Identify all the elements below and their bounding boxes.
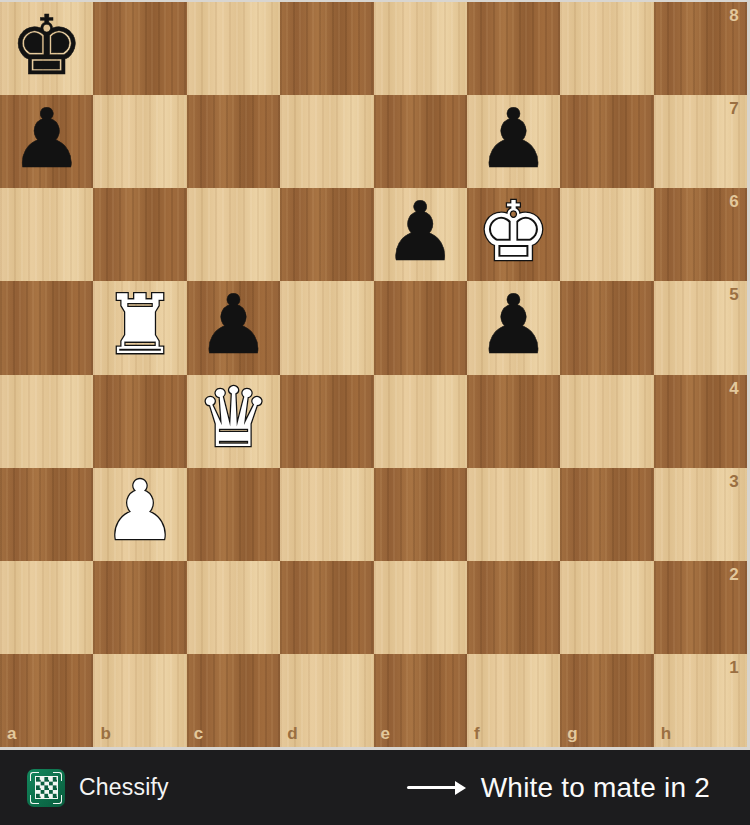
square-c4[interactable]: ♛ bbox=[187, 375, 280, 468]
square-b7[interactable] bbox=[93, 95, 186, 188]
square-b4[interactable] bbox=[93, 375, 186, 468]
square-f2[interactable] bbox=[467, 561, 560, 654]
black-pawn[interactable]: ♟ bbox=[197, 284, 271, 366]
footer-bar: Chessify White to mate in 2 bbox=[0, 750, 750, 825]
square-b5[interactable]: ♜ bbox=[93, 281, 186, 374]
black-pawn[interactable]: ♟ bbox=[477, 98, 551, 180]
black-pawn[interactable]: ♟ bbox=[477, 284, 551, 366]
square-g5[interactable] bbox=[560, 281, 653, 374]
square-h8[interactable]: 8 bbox=[654, 2, 747, 95]
square-a2[interactable] bbox=[0, 561, 93, 654]
square-c2[interactable] bbox=[187, 561, 280, 654]
file-label-g: g bbox=[567, 724, 578, 744]
square-a6[interactable] bbox=[0, 188, 93, 281]
right-arrow-icon bbox=[407, 786, 457, 789]
square-h4[interactable]: 4 bbox=[654, 375, 747, 468]
black-pawn[interactable]: ♟ bbox=[10, 98, 84, 180]
square-c1[interactable]: c bbox=[187, 654, 280, 747]
square-g7[interactable] bbox=[560, 95, 653, 188]
square-b2[interactable] bbox=[93, 561, 186, 654]
brand-group: Chessify bbox=[27, 769, 169, 807]
file-label-b: b bbox=[100, 724, 111, 744]
black-king[interactable]: ♚ bbox=[10, 5, 84, 87]
square-d5[interactable] bbox=[280, 281, 373, 374]
square-h5[interactable]: 5 bbox=[654, 281, 747, 374]
square-f8[interactable] bbox=[467, 2, 560, 95]
rank-label-3: 3 bbox=[729, 472, 739, 492]
square-e7[interactable] bbox=[374, 95, 467, 188]
white-rook[interactable]: ♜ bbox=[103, 284, 177, 366]
square-a8[interactable]: ♚ bbox=[0, 2, 93, 95]
task-group: White to mate in 2 bbox=[407, 772, 710, 804]
square-d3[interactable] bbox=[280, 468, 373, 561]
square-b3[interactable]: ♟ bbox=[93, 468, 186, 561]
square-h6[interactable]: 6 bbox=[654, 188, 747, 281]
square-e1[interactable]: e bbox=[374, 654, 467, 747]
file-label-e: e bbox=[381, 724, 391, 744]
chessify-puzzle-screenshot: ♚8♟♟7♟♚6♜♟♟5♛4♟32abcdefgh1 Chessify Whit… bbox=[0, 0, 750, 825]
white-queen[interactable]: ♛ bbox=[197, 377, 271, 459]
square-d2[interactable] bbox=[280, 561, 373, 654]
square-g1[interactable]: g bbox=[560, 654, 653, 747]
square-d1[interactable]: d bbox=[280, 654, 373, 747]
square-b8[interactable] bbox=[93, 2, 186, 95]
square-c6[interactable] bbox=[187, 188, 280, 281]
chess-board: ♚8♟♟7♟♚6♜♟♟5♛4♟32abcdefgh1 bbox=[0, 2, 747, 747]
square-g4[interactable] bbox=[560, 375, 653, 468]
square-c7[interactable] bbox=[187, 95, 280, 188]
file-label-f: f bbox=[474, 724, 480, 744]
square-e2[interactable] bbox=[374, 561, 467, 654]
square-e5[interactable] bbox=[374, 281, 467, 374]
square-h3[interactable]: 3 bbox=[654, 468, 747, 561]
file-label-c: c bbox=[194, 724, 204, 744]
square-f7[interactable]: ♟ bbox=[467, 95, 560, 188]
white-king[interactable]: ♚ bbox=[477, 191, 551, 273]
square-a1[interactable]: a bbox=[0, 654, 93, 747]
rank-label-5: 5 bbox=[729, 285, 739, 305]
rank-label-4: 4 bbox=[729, 379, 739, 399]
square-f5[interactable]: ♟ bbox=[467, 281, 560, 374]
rank-label-1: 1 bbox=[729, 658, 739, 678]
square-e4[interactable] bbox=[374, 375, 467, 468]
square-a4[interactable] bbox=[0, 375, 93, 468]
square-g2[interactable] bbox=[560, 561, 653, 654]
square-f3[interactable] bbox=[467, 468, 560, 561]
square-d7[interactable] bbox=[280, 95, 373, 188]
file-label-h: h bbox=[661, 724, 672, 744]
square-a7[interactable]: ♟ bbox=[0, 95, 93, 188]
brand-name: Chessify bbox=[79, 774, 169, 801]
square-e3[interactable] bbox=[374, 468, 467, 561]
square-h7[interactable]: 7 bbox=[654, 95, 747, 188]
rank-label-8: 8 bbox=[729, 6, 739, 26]
square-c3[interactable] bbox=[187, 468, 280, 561]
scan-corner-icon bbox=[53, 772, 62, 781]
square-d6[interactable] bbox=[280, 188, 373, 281]
square-c8[interactable] bbox=[187, 2, 280, 95]
rank-label-2: 2 bbox=[729, 565, 739, 585]
square-h2[interactable]: 2 bbox=[654, 561, 747, 654]
square-c5[interactable]: ♟ bbox=[187, 281, 280, 374]
square-a5[interactable] bbox=[0, 281, 93, 374]
file-label-a: a bbox=[7, 724, 17, 744]
square-f6[interactable]: ♚ bbox=[467, 188, 560, 281]
task-text: White to mate in 2 bbox=[481, 772, 710, 804]
square-b6[interactable] bbox=[93, 188, 186, 281]
file-label-d: d bbox=[287, 724, 298, 744]
square-f1[interactable]: f bbox=[467, 654, 560, 747]
square-e6[interactable]: ♟ bbox=[374, 188, 467, 281]
white-pawn[interactable]: ♟ bbox=[103, 470, 177, 552]
scan-corner-icon bbox=[53, 795, 62, 804]
square-d4[interactable] bbox=[280, 375, 373, 468]
chessify-logo-icon bbox=[27, 769, 65, 807]
square-d8[interactable] bbox=[280, 2, 373, 95]
square-g3[interactable] bbox=[560, 468, 653, 561]
square-f4[interactable] bbox=[467, 375, 560, 468]
square-g6[interactable] bbox=[560, 188, 653, 281]
square-e8[interactable] bbox=[374, 2, 467, 95]
scan-corner-icon bbox=[30, 795, 39, 804]
black-pawn[interactable]: ♟ bbox=[383, 191, 457, 273]
square-b1[interactable]: b bbox=[93, 654, 186, 747]
square-g8[interactable] bbox=[560, 2, 653, 95]
square-a3[interactable] bbox=[0, 468, 93, 561]
scan-corner-icon bbox=[30, 772, 39, 781]
rank-label-6: 6 bbox=[729, 192, 739, 212]
square-h1[interactable]: h1 bbox=[654, 654, 747, 747]
rank-label-7: 7 bbox=[729, 99, 739, 119]
